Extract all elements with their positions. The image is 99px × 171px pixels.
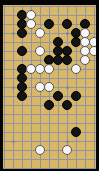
black-stone bbox=[53, 91, 63, 101]
board-intersection[interactable] bbox=[9, 56, 18, 65]
star-point bbox=[12, 32, 15, 35]
board-intersection[interactable] bbox=[90, 137, 97, 146]
board-intersection[interactable] bbox=[54, 128, 63, 137]
board-intersection[interactable] bbox=[18, 92, 27, 101]
board-intersection[interactable] bbox=[90, 128, 97, 137]
board-intersection[interactable] bbox=[27, 137, 36, 146]
board-intersection[interactable] bbox=[9, 146, 18, 155]
board-intersection[interactable] bbox=[27, 74, 36, 83]
board-intersection[interactable] bbox=[90, 92, 97, 101]
board-intersection[interactable] bbox=[18, 146, 27, 155]
board-intersection[interactable] bbox=[72, 101, 81, 110]
white-stone bbox=[71, 64, 81, 74]
board-intersection[interactable] bbox=[72, 110, 81, 119]
white-stone bbox=[44, 64, 54, 74]
board-intersection[interactable] bbox=[63, 74, 72, 83]
board-intersection[interactable] bbox=[63, 101, 72, 110]
white-stone bbox=[35, 145, 45, 155]
board-intersection[interactable] bbox=[90, 74, 97, 83]
board-intersection[interactable] bbox=[36, 146, 45, 155]
board-intersection[interactable] bbox=[54, 137, 63, 146]
board-intersection[interactable] bbox=[45, 20, 54, 29]
board-intersection[interactable] bbox=[27, 101, 36, 110]
board-intersection[interactable] bbox=[36, 119, 45, 128]
board-intersection[interactable] bbox=[9, 155, 18, 164]
board-intersection[interactable] bbox=[9, 110, 18, 119]
star-point bbox=[66, 140, 69, 143]
board-intersection[interactable] bbox=[90, 119, 97, 128]
go-board-grid bbox=[3, 5, 96, 169]
black-stone bbox=[17, 28, 27, 38]
board-intersection[interactable] bbox=[45, 110, 54, 119]
board-intersection[interactable] bbox=[72, 11, 81, 20]
board-intersection[interactable] bbox=[90, 83, 97, 92]
board-intersection[interactable] bbox=[36, 128, 45, 137]
board-intersection[interactable] bbox=[63, 164, 72, 170]
board-intersection[interactable] bbox=[36, 47, 45, 56]
board-intersection[interactable] bbox=[90, 146, 97, 155]
board-intersection[interactable] bbox=[63, 20, 72, 29]
board-intersection[interactable] bbox=[90, 20, 97, 29]
board-intersection[interactable] bbox=[36, 110, 45, 119]
board-intersection[interactable] bbox=[54, 65, 63, 74]
board-intersection[interactable] bbox=[45, 65, 54, 74]
board-intersection[interactable] bbox=[27, 38, 36, 47]
white-stone bbox=[62, 145, 72, 155]
board-intersection[interactable] bbox=[45, 137, 54, 146]
board-intersection[interactable] bbox=[18, 110, 27, 119]
white-stone bbox=[35, 28, 45, 38]
board-intersection[interactable] bbox=[54, 164, 63, 170]
board-intersection[interactable] bbox=[81, 65, 90, 74]
board-intersection[interactable] bbox=[81, 101, 90, 110]
star-point bbox=[66, 32, 69, 35]
board-intersection[interactable] bbox=[81, 137, 90, 146]
board-intersection[interactable] bbox=[9, 119, 18, 128]
black-stone bbox=[71, 127, 81, 137]
board-intersection[interactable] bbox=[45, 101, 54, 110]
app-window bbox=[0, 0, 99, 171]
star-point bbox=[12, 140, 15, 143]
board-intersection[interactable] bbox=[72, 146, 81, 155]
board-intersection[interactable] bbox=[9, 164, 18, 170]
board-intersection[interactable] bbox=[45, 155, 54, 164]
board-intersection[interactable] bbox=[27, 119, 36, 128]
go-board[interactable] bbox=[3, 5, 96, 169]
board-intersection[interactable] bbox=[72, 128, 81, 137]
board-intersection[interactable] bbox=[27, 92, 36, 101]
board-intersection[interactable] bbox=[81, 146, 90, 155]
board-intersection[interactable] bbox=[90, 110, 97, 119]
board-intersection[interactable] bbox=[18, 155, 27, 164]
board-intersection[interactable] bbox=[45, 146, 54, 155]
board-intersection[interactable] bbox=[63, 146, 72, 155]
board-intersection[interactable] bbox=[72, 74, 81, 83]
white-stone bbox=[80, 55, 90, 65]
board-intersection[interactable] bbox=[90, 11, 97, 20]
board-intersection[interactable] bbox=[18, 29, 27, 38]
board-intersection[interactable] bbox=[27, 128, 36, 137]
board-intersection[interactable] bbox=[9, 128, 18, 137]
board-intersection[interactable] bbox=[54, 11, 63, 20]
white-stone bbox=[44, 82, 54, 92]
board-intersection[interactable] bbox=[72, 65, 81, 74]
black-stone bbox=[17, 91, 27, 101]
black-stone bbox=[71, 91, 81, 101]
black-stone bbox=[44, 100, 54, 110]
board-intersection[interactable] bbox=[81, 110, 90, 119]
board-intersection[interactable] bbox=[9, 38, 18, 47]
board-intersection[interactable] bbox=[72, 137, 81, 146]
board-intersection[interactable] bbox=[90, 47, 97, 56]
board-intersection[interactable] bbox=[72, 164, 81, 170]
white-stone bbox=[26, 19, 36, 29]
board-intersection[interactable] bbox=[18, 47, 27, 56]
board-intersection[interactable] bbox=[18, 101, 27, 110]
board-intersection[interactable] bbox=[90, 155, 97, 164]
board-intersection[interactable] bbox=[27, 164, 36, 170]
black-stone bbox=[17, 46, 27, 56]
board-intersection[interactable] bbox=[36, 11, 45, 20]
board-intersection[interactable] bbox=[81, 164, 90, 170]
board-intersection[interactable] bbox=[54, 119, 63, 128]
board-intersection[interactable] bbox=[81, 128, 90, 137]
board-intersection[interactable] bbox=[18, 119, 27, 128]
board-intersection[interactable] bbox=[72, 92, 81, 101]
board-intersection[interactable] bbox=[90, 56, 97, 65]
white-stone bbox=[35, 46, 45, 56]
board-intersection[interactable] bbox=[9, 101, 18, 110]
board-intersection[interactable] bbox=[63, 119, 72, 128]
board-intersection[interactable] bbox=[54, 92, 63, 101]
board-intersection[interactable] bbox=[18, 128, 27, 137]
board-intersection[interactable] bbox=[90, 101, 97, 110]
board-intersection[interactable] bbox=[27, 155, 36, 164]
board-intersection[interactable] bbox=[63, 110, 72, 119]
board-intersection[interactable] bbox=[90, 164, 97, 170]
board-intersection[interactable] bbox=[81, 155, 90, 164]
board-intersection[interactable] bbox=[54, 74, 63, 83]
black-stone bbox=[62, 19, 72, 29]
star-point bbox=[66, 86, 69, 89]
board-intersection[interactable] bbox=[81, 56, 90, 65]
board-intersection[interactable] bbox=[90, 65, 97, 74]
board-intersection[interactable] bbox=[18, 164, 27, 170]
board-intersection[interactable] bbox=[81, 92, 90, 101]
board-intersection[interactable] bbox=[45, 83, 54, 92]
black-stone bbox=[62, 100, 72, 110]
board-intersection[interactable] bbox=[81, 74, 90, 83]
board-intersection[interactable] bbox=[81, 119, 90, 128]
board-intersection[interactable] bbox=[36, 29, 45, 38]
board-intersection[interactable] bbox=[72, 155, 81, 164]
board-intersection[interactable] bbox=[45, 29, 54, 38]
black-stone bbox=[62, 55, 72, 65]
board-intersection[interactable] bbox=[18, 137, 27, 146]
white-stone bbox=[89, 46, 96, 56]
board-intersection[interactable] bbox=[45, 128, 54, 137]
board-intersection[interactable] bbox=[81, 83, 90, 92]
board-intersection[interactable] bbox=[27, 20, 36, 29]
board-intersection[interactable] bbox=[45, 119, 54, 128]
board-intersection[interactable] bbox=[54, 155, 63, 164]
board-intersection[interactable] bbox=[27, 110, 36, 119]
board-intersection[interactable] bbox=[63, 155, 72, 164]
star-point bbox=[12, 86, 15, 89]
board-intersection[interactable] bbox=[36, 164, 45, 170]
board-intersection[interactable] bbox=[36, 155, 45, 164]
board-intersection[interactable] bbox=[45, 164, 54, 170]
board-intersection[interactable] bbox=[36, 92, 45, 101]
black-stone bbox=[44, 19, 54, 29]
board-intersection[interactable] bbox=[54, 110, 63, 119]
board-intersection[interactable] bbox=[63, 56, 72, 65]
